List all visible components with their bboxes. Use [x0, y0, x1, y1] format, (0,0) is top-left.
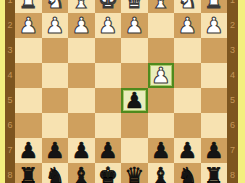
- rank-label: 4: [228, 63, 238, 88]
- square-h7[interactable]: ♟: [15, 138, 42, 163]
- white-pawn[interactable]: ♟: [148, 63, 175, 88]
- square-b1[interactable]: ♞: [174, 0, 201, 13]
- square-a1[interactable]: ♜: [201, 0, 228, 13]
- square-d3[interactable]: [121, 38, 148, 63]
- square-f8[interactable]: ♝: [68, 163, 95, 183]
- white-pawn[interactable]: ♟: [68, 13, 95, 38]
- square-d8[interactable]: ♛: [121, 163, 148, 183]
- white-king[interactable]: ♚: [95, 0, 122, 13]
- square-c6[interactable]: [148, 113, 175, 138]
- white-bishop[interactable]: ♝: [68, 0, 95, 13]
- square-b2[interactable]: ♟: [174, 13, 201, 38]
- rank-label: 7: [228, 138, 238, 163]
- black-pawn[interactable]: ♟: [42, 138, 69, 163]
- black-pawn[interactable]: ♟: [68, 138, 95, 163]
- white-knight[interactable]: ♞: [174, 0, 201, 13]
- square-d1[interactable]: ♛: [121, 0, 148, 13]
- square-b4[interactable]: [174, 63, 201, 88]
- rank-label: 1: [228, 0, 238, 13]
- rank-label: 2: [5, 13, 15, 38]
- white-pawn[interactable]: ♟: [201, 13, 228, 38]
- square-a8[interactable]: ♜: [201, 163, 228, 183]
- square-b6[interactable]: [174, 113, 201, 138]
- rank-label: 8: [228, 163, 238, 183]
- square-f3[interactable]: [68, 38, 95, 63]
- square-a6[interactable]: [201, 113, 228, 138]
- white-knight[interactable]: ♞: [42, 0, 69, 13]
- rank-label: 4: [5, 63, 15, 88]
- square-e8[interactable]: ♚: [95, 163, 122, 183]
- square-f4[interactable]: [68, 63, 95, 88]
- black-rook[interactable]: ♜: [201, 163, 228, 183]
- square-a3[interactable]: [201, 38, 228, 63]
- square-f5[interactable]: [68, 88, 95, 113]
- square-d7[interactable]: [121, 138, 148, 163]
- black-queen[interactable]: ♛: [121, 163, 148, 183]
- black-pawn[interactable]: ♟: [148, 138, 175, 163]
- square-e1[interactable]: ♚: [95, 0, 122, 13]
- square-c8[interactable]: ♝: [148, 163, 175, 183]
- square-a2[interactable]: ♟: [201, 13, 228, 38]
- square-e5[interactable]: [95, 88, 122, 113]
- white-queen[interactable]: ♛: [121, 0, 148, 13]
- black-pawn[interactable]: ♟: [95, 138, 122, 163]
- black-rook[interactable]: ♜: [15, 163, 42, 183]
- square-c7[interactable]: ♟: [148, 138, 175, 163]
- rank-label: 6: [5, 113, 15, 138]
- rank-label: 5: [228, 88, 238, 113]
- square-g3[interactable]: [42, 38, 69, 63]
- square-c1[interactable]: ♝: [148, 0, 175, 13]
- rank-label: 8: [5, 163, 15, 183]
- white-pawn[interactable]: ♟: [42, 13, 69, 38]
- square-h4[interactable]: [15, 63, 42, 88]
- rank-label: 7: [5, 138, 15, 163]
- square-e7[interactable]: ♟: [95, 138, 122, 163]
- black-pawn[interactable]: ♟: [201, 138, 228, 163]
- square-g5[interactable]: [42, 88, 69, 113]
- square-d4[interactable]: [121, 63, 148, 88]
- square-b8[interactable]: ♞: [174, 163, 201, 183]
- white-rook[interactable]: ♜: [201, 0, 228, 13]
- white-pawn[interactable]: ♟: [121, 13, 148, 38]
- black-king[interactable]: ♚: [95, 163, 122, 183]
- square-a7[interactable]: ♟: [201, 138, 228, 163]
- square-f6[interactable]: [68, 113, 95, 138]
- rank-label: 6: [228, 113, 238, 138]
- chess-app-viewport: ♜♞♝♚♛♝♞♜♟♟♟♟♟♟♟♟♟♟♟♟♟♟♟♟♜♞♝♚♛♝♞♜ 1234567…: [0, 0, 245, 183]
- rank-labels-left: 12345678: [5, 0, 15, 183]
- black-pawn[interactable]: ♟: [174, 138, 201, 163]
- square-h2[interactable]: ♟: [15, 13, 42, 38]
- square-b5[interactable]: [174, 88, 201, 113]
- square-e4[interactable]: [95, 63, 122, 88]
- square-g4[interactable]: [42, 63, 69, 88]
- square-f2[interactable]: ♟: [68, 13, 95, 38]
- square-h6[interactable]: [15, 113, 42, 138]
- square-e6[interactable]: [95, 113, 122, 138]
- black-pawn[interactable]: ♟: [15, 138, 42, 163]
- white-pawn[interactable]: ♟: [15, 13, 42, 38]
- black-pawn[interactable]: ♟: [121, 88, 148, 113]
- black-bishop[interactable]: ♝: [148, 163, 175, 183]
- rank-labels-right: 12345678: [228, 0, 238, 183]
- square-g6[interactable]: [42, 113, 69, 138]
- square-e2[interactable]: ♟: [95, 13, 122, 38]
- white-bishop[interactable]: ♝: [148, 0, 175, 13]
- square-c5[interactable]: [148, 88, 175, 113]
- rank-label: 3: [5, 38, 15, 63]
- square-d2[interactable]: ♟: [121, 13, 148, 38]
- rank-label: 2: [228, 13, 238, 38]
- square-c2[interactable]: [148, 13, 175, 38]
- chess-board[interactable]: ♜♞♝♚♛♝♞♜♟♟♟♟♟♟♟♟♟♟♟♟♟♟♟♟♜♞♝♚♛♝♞♜: [15, 0, 227, 183]
- square-b3[interactable]: [174, 38, 201, 63]
- square-b7[interactable]: ♟: [174, 138, 201, 163]
- square-e3[interactable]: [95, 38, 122, 63]
- rank-label: 1: [5, 0, 15, 13]
- square-d5[interactable]: ♟: [121, 88, 148, 113]
- rank-label: 3: [228, 38, 238, 63]
- black-knight[interactable]: ♞: [174, 163, 201, 183]
- white-pawn[interactable]: ♟: [95, 13, 122, 38]
- white-rook[interactable]: ♜: [15, 0, 42, 13]
- square-h8[interactable]: ♜: [15, 163, 42, 183]
- square-h1[interactable]: ♜: [15, 0, 42, 13]
- white-pawn[interactable]: ♟: [174, 13, 201, 38]
- square-a5[interactable]: [201, 88, 228, 113]
- square-g2[interactable]: ♟: [42, 13, 69, 38]
- square-g8[interactable]: ♞: [42, 163, 69, 183]
- square-g7[interactable]: ♟: [42, 138, 69, 163]
- square-f7[interactable]: ♟: [68, 138, 95, 163]
- square-f1[interactable]: ♝: [68, 0, 95, 13]
- square-c4[interactable]: ♟: [148, 63, 175, 88]
- rank-label: 5: [5, 88, 15, 113]
- square-c3[interactable]: [148, 38, 175, 63]
- square-h3[interactable]: [15, 38, 42, 63]
- square-h5[interactable]: [15, 88, 42, 113]
- black-bishop[interactable]: ♝: [68, 163, 95, 183]
- black-knight[interactable]: ♞: [42, 163, 69, 183]
- square-a4[interactable]: [201, 63, 228, 88]
- square-d6[interactable]: [121, 113, 148, 138]
- square-g1[interactable]: ♞: [42, 0, 69, 13]
